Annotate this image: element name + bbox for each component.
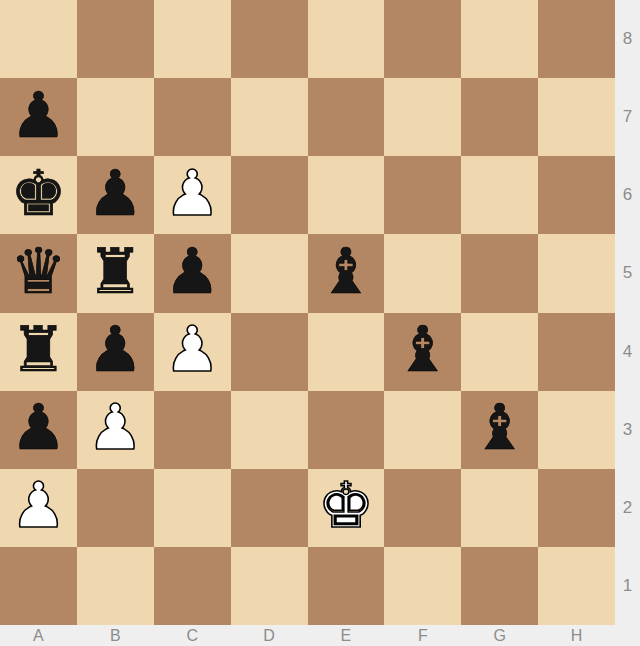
square-e1[interactable] (308, 547, 385, 625)
square-e7[interactable] (308, 78, 385, 156)
square-g5[interactable] (461, 234, 538, 312)
square-f6[interactable] (384, 156, 461, 234)
square-b2[interactable] (77, 469, 154, 547)
square-c4[interactable]: ♟ (154, 313, 231, 391)
black-bishop-f4: ♝ (395, 318, 451, 381)
square-d6[interactable] (231, 156, 308, 234)
square-a6[interactable]: ♚ (0, 156, 77, 234)
square-h5[interactable] (538, 234, 615, 312)
square-b8[interactable] (77, 0, 154, 78)
white-king-e2: ♚ (318, 474, 374, 537)
file-label-d: D (231, 625, 308, 646)
square-d4[interactable] (231, 313, 308, 391)
rank-label-4: 4 (615, 313, 640, 391)
square-e8[interactable] (308, 0, 385, 78)
black-bishop-g3: ♝ (471, 396, 527, 459)
white-pawn-a2: ♟ (10, 474, 66, 537)
square-f7[interactable] (384, 78, 461, 156)
square-c6[interactable]: ♟ (154, 156, 231, 234)
square-b5[interactable]: ♜ (77, 234, 154, 312)
square-f3[interactable] (384, 391, 461, 469)
square-g3[interactable]: ♝ (461, 391, 538, 469)
square-b1[interactable] (77, 547, 154, 625)
square-a7[interactable]: ♟ (0, 78, 77, 156)
square-d8[interactable] (231, 0, 308, 78)
square-a8[interactable] (0, 0, 77, 78)
black-queen-a5: ♛ (10, 240, 66, 303)
black-rook-a4: ♜ (10, 318, 66, 381)
square-g1[interactable] (461, 547, 538, 625)
square-f8[interactable] (384, 0, 461, 78)
square-b4[interactable]: ♟ (77, 313, 154, 391)
square-h1[interactable] (538, 547, 615, 625)
file-label-h: H (538, 625, 615, 646)
square-a2[interactable]: ♟ (0, 469, 77, 547)
square-d2[interactable] (231, 469, 308, 547)
square-h6[interactable] (538, 156, 615, 234)
square-h2[interactable] (538, 469, 615, 547)
square-d3[interactable] (231, 391, 308, 469)
square-c7[interactable] (154, 78, 231, 156)
square-e6[interactable] (308, 156, 385, 234)
square-b6[interactable]: ♟ (77, 156, 154, 234)
rank-label-2: 2 (615, 469, 640, 547)
white-pawn-c4: ♟ (164, 318, 220, 381)
rank-label-8: 8 (615, 0, 640, 78)
square-h8[interactable] (538, 0, 615, 78)
file-label-a: A (0, 625, 77, 646)
square-a5[interactable]: ♛ (0, 234, 77, 312)
file-label-e: E (308, 625, 385, 646)
square-c3[interactable] (154, 391, 231, 469)
square-b3[interactable]: ♟ (77, 391, 154, 469)
square-a1[interactable] (0, 547, 77, 625)
square-g4[interactable] (461, 313, 538, 391)
rank-label-5: 5 (615, 234, 640, 312)
black-pawn-c5: ♟ (164, 240, 220, 303)
chess-board: ♟♚♟♟♛♜♟♝♜♟♟♝♟♟♝♟♚ (0, 0, 615, 625)
black-pawn-b6: ♟ (87, 162, 143, 225)
square-d7[interactable] (231, 78, 308, 156)
file-label-g: G (461, 625, 538, 646)
square-h3[interactable] (538, 391, 615, 469)
rank-label-7: 7 (615, 78, 640, 156)
file-label-f: F (384, 625, 461, 646)
square-c2[interactable] (154, 469, 231, 547)
square-c5[interactable]: ♟ (154, 234, 231, 312)
square-c8[interactable] (154, 0, 231, 78)
black-bishop-e5: ♝ (318, 240, 374, 303)
black-pawn-a3: ♟ (10, 396, 66, 459)
rank-label-3: 3 (615, 391, 640, 469)
black-pawn-b4: ♟ (87, 318, 143, 381)
square-d5[interactable] (231, 234, 308, 312)
square-g8[interactable] (461, 0, 538, 78)
square-f4[interactable]: ♝ (384, 313, 461, 391)
square-a4[interactable]: ♜ (0, 313, 77, 391)
file-labels: ABCDEFGH (0, 625, 615, 646)
black-pawn-a7: ♟ (10, 84, 66, 147)
rank-label-1: 1 (615, 547, 640, 625)
square-a3[interactable]: ♟ (0, 391, 77, 469)
white-pawn-c6: ♟ (164, 162, 220, 225)
square-f5[interactable] (384, 234, 461, 312)
black-king-a6: ♚ (10, 162, 66, 225)
rank-labels: 87654321 (615, 0, 640, 625)
square-e3[interactable] (308, 391, 385, 469)
file-label-b: B (77, 625, 154, 646)
square-f1[interactable] (384, 547, 461, 625)
square-d1[interactable] (231, 547, 308, 625)
square-e4[interactable] (308, 313, 385, 391)
square-g7[interactable] (461, 78, 538, 156)
square-h7[interactable] (538, 78, 615, 156)
square-e2[interactable]: ♚ (308, 469, 385, 547)
rank-label-6: 6 (615, 156, 640, 234)
square-e5[interactable]: ♝ (308, 234, 385, 312)
white-pawn-b3: ♟ (87, 396, 143, 459)
square-g6[interactable] (461, 156, 538, 234)
square-c1[interactable] (154, 547, 231, 625)
chess-board-screen: ♟♚♟♟♛♜♟♝♜♟♟♝♟♟♝♟♚ 87654321 ABCDEFGH (0, 0, 640, 646)
file-label-c: C (154, 625, 231, 646)
square-h4[interactable] (538, 313, 615, 391)
square-f2[interactable] (384, 469, 461, 547)
black-rook-b5: ♜ (87, 240, 143, 303)
square-g2[interactable] (461, 469, 538, 547)
square-b7[interactable] (77, 78, 154, 156)
